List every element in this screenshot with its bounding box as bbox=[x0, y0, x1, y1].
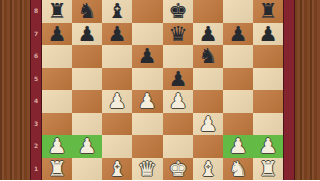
piece-white-pawn: ♟ bbox=[42, 135, 73, 157]
square-h7[interactable]: ♟ bbox=[253, 23, 283, 46]
chess-scene: 87654321 ♜♞♝♚♜♟♟♟♛♟♟♟♟♞♟♟♟♟♟♟♟♟♟♜♝♛♚♝♞♜ bbox=[0, 0, 320, 180]
square-e5[interactable]: ♟ bbox=[163, 68, 193, 91]
rank-label-5: 5 bbox=[31, 68, 41, 91]
square-f1[interactable]: ♝ bbox=[193, 158, 223, 181]
square-g4[interactable] bbox=[223, 90, 253, 113]
square-f7[interactable]: ♟ bbox=[193, 23, 223, 46]
chess-board: ♜♞♝♚♜♟♟♟♛♟♟♟♟♞♟♟♟♟♟♟♟♟♟♜♝♛♚♝♞♜ bbox=[42, 0, 283, 180]
square-a5[interactable] bbox=[42, 68, 72, 91]
square-h6[interactable] bbox=[253, 45, 283, 68]
square-b4[interactable] bbox=[72, 90, 102, 113]
square-d7[interactable] bbox=[132, 23, 162, 46]
square-b3[interactable] bbox=[72, 113, 102, 136]
piece-black-pawn: ♟ bbox=[222, 23, 253, 45]
square-f2[interactable] bbox=[193, 135, 223, 158]
square-h5[interactable] bbox=[253, 68, 283, 91]
rank-label-6: 6 bbox=[31, 45, 41, 68]
piece-black-pawn: ♟ bbox=[102, 23, 133, 45]
piece-white-rook: ♜ bbox=[42, 158, 73, 180]
square-c8[interactable]: ♝ bbox=[102, 0, 132, 23]
square-h2[interactable]: ♟ bbox=[253, 135, 283, 158]
square-a7[interactable]: ♟ bbox=[42, 23, 72, 46]
piece-white-bishop: ♝ bbox=[102, 158, 133, 180]
square-e3[interactable] bbox=[163, 113, 193, 136]
square-a8[interactable]: ♜ bbox=[42, 0, 72, 23]
square-e7[interactable]: ♛ bbox=[163, 23, 193, 46]
rank-label-7: 7 bbox=[31, 23, 41, 46]
piece-black-queen: ♛ bbox=[162, 23, 193, 45]
square-a3[interactable] bbox=[42, 113, 72, 136]
square-c2[interactable] bbox=[102, 135, 132, 158]
square-c5[interactable] bbox=[102, 68, 132, 91]
square-g8[interactable] bbox=[223, 0, 253, 23]
square-d4[interactable]: ♟ bbox=[132, 90, 162, 113]
piece-black-pawn: ♟ bbox=[162, 68, 193, 90]
piece-black-pawn: ♟ bbox=[72, 23, 103, 45]
piece-white-pawn: ♟ bbox=[222, 135, 253, 157]
square-a1[interactable]: ♜ bbox=[42, 158, 72, 181]
square-d8[interactable] bbox=[132, 0, 162, 23]
piece-black-rook: ♜ bbox=[42, 0, 73, 22]
square-d2[interactable] bbox=[132, 135, 162, 158]
piece-white-knight: ♞ bbox=[222, 158, 253, 180]
square-b5[interactable] bbox=[72, 68, 102, 91]
rank-label-8: 8 bbox=[31, 0, 41, 23]
square-b8[interactable]: ♞ bbox=[72, 0, 102, 23]
square-c4[interactable]: ♟ bbox=[102, 90, 132, 113]
square-f4[interactable] bbox=[193, 90, 223, 113]
piece-white-queen: ♛ bbox=[132, 158, 163, 180]
square-g6[interactable] bbox=[223, 45, 253, 68]
piece-white-pawn: ♟ bbox=[162, 90, 193, 112]
square-d3[interactable] bbox=[132, 113, 162, 136]
piece-white-bishop: ♝ bbox=[192, 158, 223, 180]
square-g5[interactable] bbox=[223, 68, 253, 91]
rank-label-4: 4 bbox=[31, 90, 41, 113]
square-b7[interactable]: ♟ bbox=[72, 23, 102, 46]
piece-black-knight: ♞ bbox=[192, 45, 223, 67]
square-a4[interactable] bbox=[42, 90, 72, 113]
rank-label-2: 2 bbox=[31, 135, 41, 158]
square-e2[interactable] bbox=[163, 135, 193, 158]
square-g2[interactable]: ♟ bbox=[223, 135, 253, 158]
piece-black-pawn: ♟ bbox=[192, 23, 223, 45]
piece-white-pawn: ♟ bbox=[72, 135, 103, 157]
piece-black-pawn: ♟ bbox=[253, 23, 284, 45]
square-e1[interactable]: ♚ bbox=[163, 158, 193, 181]
square-b6[interactable] bbox=[72, 45, 102, 68]
piece-black-king: ♚ bbox=[162, 0, 193, 22]
square-a6[interactable] bbox=[42, 45, 72, 68]
square-h3[interactable] bbox=[253, 113, 283, 136]
square-e8[interactable]: ♚ bbox=[163, 0, 193, 23]
square-c6[interactable] bbox=[102, 45, 132, 68]
square-f8[interactable] bbox=[193, 0, 223, 23]
square-f6[interactable]: ♞ bbox=[193, 45, 223, 68]
square-e6[interactable] bbox=[163, 45, 193, 68]
rank-label-1: 1 bbox=[31, 158, 41, 181]
board-frame-left: 87654321 bbox=[30, 0, 42, 180]
square-d6[interactable]: ♟ bbox=[132, 45, 162, 68]
square-f3[interactable]: ♟ bbox=[193, 113, 223, 136]
square-d1[interactable]: ♛ bbox=[132, 158, 162, 181]
square-c7[interactable]: ♟ bbox=[102, 23, 132, 46]
piece-black-knight: ♞ bbox=[72, 0, 103, 22]
piece-black-pawn: ♟ bbox=[42, 23, 73, 45]
square-e4[interactable]: ♟ bbox=[163, 90, 193, 113]
piece-white-pawn: ♟ bbox=[192, 113, 223, 135]
piece-black-bishop: ♝ bbox=[102, 0, 133, 22]
square-h8[interactable]: ♜ bbox=[253, 0, 283, 23]
square-f5[interactable] bbox=[193, 68, 223, 91]
square-h1[interactable]: ♜ bbox=[253, 158, 283, 181]
piece-black-rook: ♜ bbox=[253, 0, 284, 22]
square-b1[interactable] bbox=[72, 158, 102, 181]
square-g3[interactable] bbox=[223, 113, 253, 136]
square-b2[interactable]: ♟ bbox=[72, 135, 102, 158]
piece-white-pawn: ♟ bbox=[132, 90, 163, 112]
piece-white-rook: ♜ bbox=[253, 158, 284, 180]
rank-label-3: 3 bbox=[31, 113, 41, 136]
square-c3[interactable] bbox=[102, 113, 132, 136]
square-h4[interactable] bbox=[253, 90, 283, 113]
square-c1[interactable]: ♝ bbox=[102, 158, 132, 181]
board-frame-right bbox=[283, 0, 295, 180]
square-g7[interactable]: ♟ bbox=[223, 23, 253, 46]
piece-white-king: ♚ bbox=[162, 158, 193, 180]
piece-black-pawn: ♟ bbox=[132, 45, 163, 67]
square-a2[interactable]: ♟ bbox=[42, 135, 72, 158]
piece-white-pawn: ♟ bbox=[102, 90, 133, 112]
piece-white-pawn: ♟ bbox=[253, 135, 284, 157]
square-d5[interactable] bbox=[132, 68, 162, 91]
square-g1[interactable]: ♞ bbox=[223, 158, 253, 181]
